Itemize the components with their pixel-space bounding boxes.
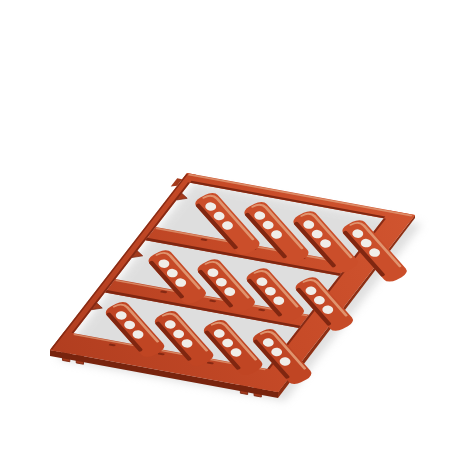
product-photo-svg [0,0,458,458]
product-photo: Isometric product photo of a red plastic… [0,0,458,458]
